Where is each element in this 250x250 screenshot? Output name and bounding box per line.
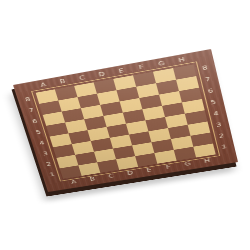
- product-photo-stage: ABCDEFGH ABCDEFGH 12345678 12345678: [0, 0, 250, 250]
